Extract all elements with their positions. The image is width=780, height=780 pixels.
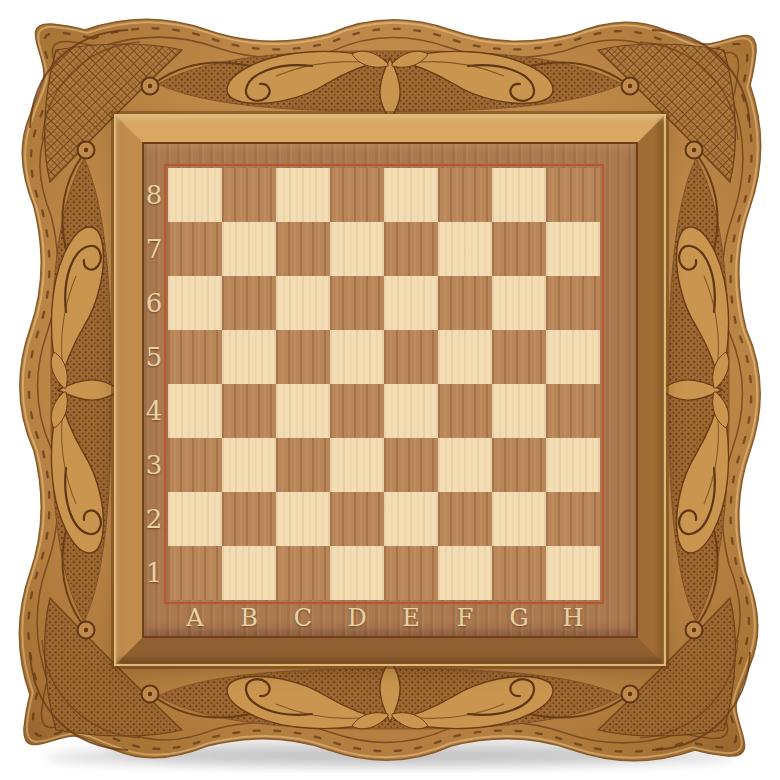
square-e1[interactable]: [384, 546, 438, 600]
square-e4[interactable]: [384, 384, 438, 438]
square-h8[interactable]: [546, 168, 600, 222]
square-b2[interactable]: [222, 492, 276, 546]
square-c8[interactable]: [276, 168, 330, 222]
square-g6[interactable]: [492, 276, 546, 330]
square-e2[interactable]: [384, 492, 438, 546]
square-g5[interactable]: [492, 330, 546, 384]
square-h6[interactable]: [546, 276, 600, 330]
square-c2[interactable]: [276, 492, 330, 546]
file-label-c: C: [276, 602, 330, 634]
square-a3[interactable]: [168, 438, 222, 492]
square-f2[interactable]: [438, 492, 492, 546]
square-a8[interactable]: [168, 168, 222, 222]
square-c7[interactable]: [276, 222, 330, 276]
square-d8[interactable]: [330, 168, 384, 222]
square-c4[interactable]: [276, 384, 330, 438]
square-g2[interactable]: [492, 492, 546, 546]
square-f8[interactable]: [438, 168, 492, 222]
square-c3[interactable]: [276, 438, 330, 492]
chess-board: [168, 168, 600, 600]
rank-label-4: 4: [144, 384, 164, 438]
file-label-e: E: [384, 602, 438, 634]
rank-label-7: 7: [144, 222, 164, 276]
square-h2[interactable]: [546, 492, 600, 546]
square-a2[interactable]: [168, 492, 222, 546]
square-g8[interactable]: [492, 168, 546, 222]
square-a4[interactable]: [168, 384, 222, 438]
square-c5[interactable]: [276, 330, 330, 384]
square-b5[interactable]: [222, 330, 276, 384]
board-apron: 87654321 ABCDEFGH: [142, 142, 638, 638]
square-b8[interactable]: [222, 168, 276, 222]
square-d6[interactable]: [330, 276, 384, 330]
square-b3[interactable]: [222, 438, 276, 492]
file-label-b: B: [222, 602, 276, 634]
rank-labels: 87654321: [144, 168, 164, 600]
square-g3[interactable]: [492, 438, 546, 492]
square-c6[interactable]: [276, 276, 330, 330]
square-f1[interactable]: [438, 546, 492, 600]
square-a5[interactable]: [168, 330, 222, 384]
square-a6[interactable]: [168, 276, 222, 330]
square-f7[interactable]: [438, 222, 492, 276]
rank-label-8: 8: [144, 168, 164, 222]
board-pinstripe: [164, 164, 604, 604]
square-e3[interactable]: [384, 438, 438, 492]
square-h3[interactable]: [546, 438, 600, 492]
square-f6[interactable]: [438, 276, 492, 330]
square-d1[interactable]: [330, 546, 384, 600]
square-g7[interactable]: [492, 222, 546, 276]
file-label-f: F: [438, 602, 492, 634]
square-b7[interactable]: [222, 222, 276, 276]
square-d4[interactable]: [330, 384, 384, 438]
square-b4[interactable]: [222, 384, 276, 438]
square-d2[interactable]: [330, 492, 384, 546]
file-label-a: A: [168, 602, 222, 634]
rank-label-2: 2: [144, 492, 164, 546]
rank-label-1: 1: [144, 546, 164, 600]
square-h5[interactable]: [546, 330, 600, 384]
file-labels: ABCDEFGH: [168, 602, 600, 634]
square-d3[interactable]: [330, 438, 384, 492]
square-f5[interactable]: [438, 330, 492, 384]
square-a1[interactable]: [168, 546, 222, 600]
square-b1[interactable]: [222, 546, 276, 600]
carved-chess-board: 87654321 ABCDEFGH: [0, 0, 780, 780]
frame-moulding: 87654321 ABCDEFGH: [116, 116, 664, 664]
file-label-d: D: [330, 602, 384, 634]
square-g1[interactable]: [492, 546, 546, 600]
square-e8[interactable]: [384, 168, 438, 222]
square-c1[interactable]: [276, 546, 330, 600]
square-a7[interactable]: [168, 222, 222, 276]
square-d5[interactable]: [330, 330, 384, 384]
square-e6[interactable]: [384, 276, 438, 330]
square-h1[interactable]: [546, 546, 600, 600]
square-g4[interactable]: [492, 384, 546, 438]
square-e7[interactable]: [384, 222, 438, 276]
square-h7[interactable]: [546, 222, 600, 276]
square-f3[interactable]: [438, 438, 492, 492]
rank-label-5: 5: [144, 330, 164, 384]
square-h4[interactable]: [546, 384, 600, 438]
square-f4[interactable]: [438, 384, 492, 438]
rank-label-3: 3: [144, 438, 164, 492]
square-d7[interactable]: [330, 222, 384, 276]
square-b6[interactable]: [222, 276, 276, 330]
square-e5[interactable]: [384, 330, 438, 384]
rank-label-6: 6: [144, 276, 164, 330]
file-label-g: G: [492, 602, 546, 634]
file-label-h: H: [546, 602, 600, 634]
